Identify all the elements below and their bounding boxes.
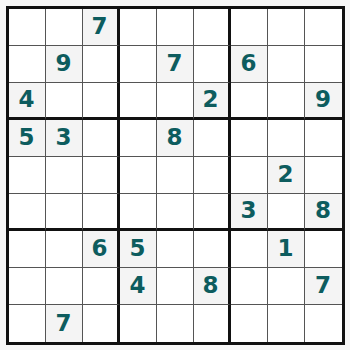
cell-r2c1[interactable] [9, 46, 46, 83]
cell-r6c7[interactable]: 3 [231, 194, 268, 231]
cell-r8c5[interactable] [157, 268, 194, 305]
cell-r1c4[interactable] [120, 9, 157, 46]
cell-r1c8[interactable] [268, 9, 305, 46]
cell-r8c1[interactable] [9, 268, 46, 305]
cell-r6c1[interactable] [9, 194, 46, 231]
cell-r4c2[interactable]: 3 [46, 120, 83, 157]
cell-r1c1[interactable] [9, 9, 46, 46]
sudoku-board: 79764295382386514877 [6, 6, 345, 345]
cell-r3c6[interactable]: 2 [194, 83, 231, 120]
cell-r6c8[interactable] [268, 194, 305, 231]
cell-r3c5[interactable] [157, 83, 194, 120]
cell-r4c6[interactable] [194, 120, 231, 157]
cell-r5c4[interactable] [120, 157, 157, 194]
cell-r9c2[interactable]: 7 [46, 305, 83, 342]
cell-r7c9[interactable] [305, 231, 342, 268]
cell-r5c5[interactable] [157, 157, 194, 194]
cell-r3c9[interactable]: 9 [305, 83, 342, 120]
cell-r7c1[interactable] [9, 231, 46, 268]
cell-r2c8[interactable] [268, 46, 305, 83]
cell-r6c2[interactable] [46, 194, 83, 231]
cell-r7c7[interactable] [231, 231, 268, 268]
cell-r8c9[interactable]: 7 [305, 268, 342, 305]
cell-r3c2[interactable] [46, 83, 83, 120]
cell-r3c3[interactable] [83, 83, 120, 120]
cell-r4c7[interactable] [231, 120, 268, 157]
cell-r4c9[interactable] [305, 120, 342, 157]
cell-r2c9[interactable] [305, 46, 342, 83]
cell-r1c5[interactable] [157, 9, 194, 46]
cell-r7c6[interactable] [194, 231, 231, 268]
cell-r8c4[interactable]: 4 [120, 268, 157, 305]
cell-r3c7[interactable] [231, 83, 268, 120]
cell-r6c6[interactable] [194, 194, 231, 231]
cell-r9c1[interactable] [9, 305, 46, 342]
cell-r6c3[interactable] [83, 194, 120, 231]
cell-r7c2[interactable] [46, 231, 83, 268]
cell-r4c1[interactable]: 5 [9, 120, 46, 157]
cell-r5c3[interactable] [83, 157, 120, 194]
cell-r4c8[interactable] [268, 120, 305, 157]
cell-r1c2[interactable] [46, 9, 83, 46]
cell-r2c2[interactable]: 9 [46, 46, 83, 83]
cell-r7c3[interactable]: 6 [83, 231, 120, 268]
cell-r3c4[interactable] [120, 83, 157, 120]
cell-r7c8[interactable]: 1 [268, 231, 305, 268]
cell-r9c9[interactable] [305, 305, 342, 342]
cell-r7c5[interactable] [157, 231, 194, 268]
cell-r1c3[interactable]: 7 [83, 9, 120, 46]
cell-r4c4[interactable] [120, 120, 157, 157]
cell-r8c3[interactable] [83, 268, 120, 305]
cell-r9c4[interactable] [120, 305, 157, 342]
cell-r9c3[interactable] [83, 305, 120, 342]
cell-r9c8[interactable] [268, 305, 305, 342]
cell-r1c9[interactable] [305, 9, 342, 46]
cell-r6c5[interactable] [157, 194, 194, 231]
cell-r1c7[interactable] [231, 9, 268, 46]
cell-r5c9[interactable] [305, 157, 342, 194]
cell-r3c8[interactable] [268, 83, 305, 120]
cell-r2c3[interactable] [83, 46, 120, 83]
cell-r9c7[interactable] [231, 305, 268, 342]
cell-r8c6[interactable]: 8 [194, 268, 231, 305]
cell-r4c3[interactable] [83, 120, 120, 157]
cell-r2c7[interactable]: 6 [231, 46, 268, 83]
cell-r5c7[interactable] [231, 157, 268, 194]
cell-r5c6[interactable] [194, 157, 231, 194]
cell-r2c5[interactable]: 7 [157, 46, 194, 83]
cell-r7c4[interactable]: 5 [120, 231, 157, 268]
cell-r8c7[interactable] [231, 268, 268, 305]
cell-r5c2[interactable] [46, 157, 83, 194]
cell-r6c4[interactable] [120, 194, 157, 231]
cell-r3c1[interactable]: 4 [9, 83, 46, 120]
cell-r8c2[interactable] [46, 268, 83, 305]
cell-r6c9[interactable]: 8 [305, 194, 342, 231]
cell-r8c8[interactable] [268, 268, 305, 305]
cell-r2c4[interactable] [120, 46, 157, 83]
cell-r2c6[interactable] [194, 46, 231, 83]
cell-r5c8[interactable]: 2 [268, 157, 305, 194]
cell-r5c1[interactable] [9, 157, 46, 194]
cell-r1c6[interactable] [194, 9, 231, 46]
cell-r4c5[interactable]: 8 [157, 120, 194, 157]
cell-r9c5[interactable] [157, 305, 194, 342]
cell-r9c6[interactable] [194, 305, 231, 342]
